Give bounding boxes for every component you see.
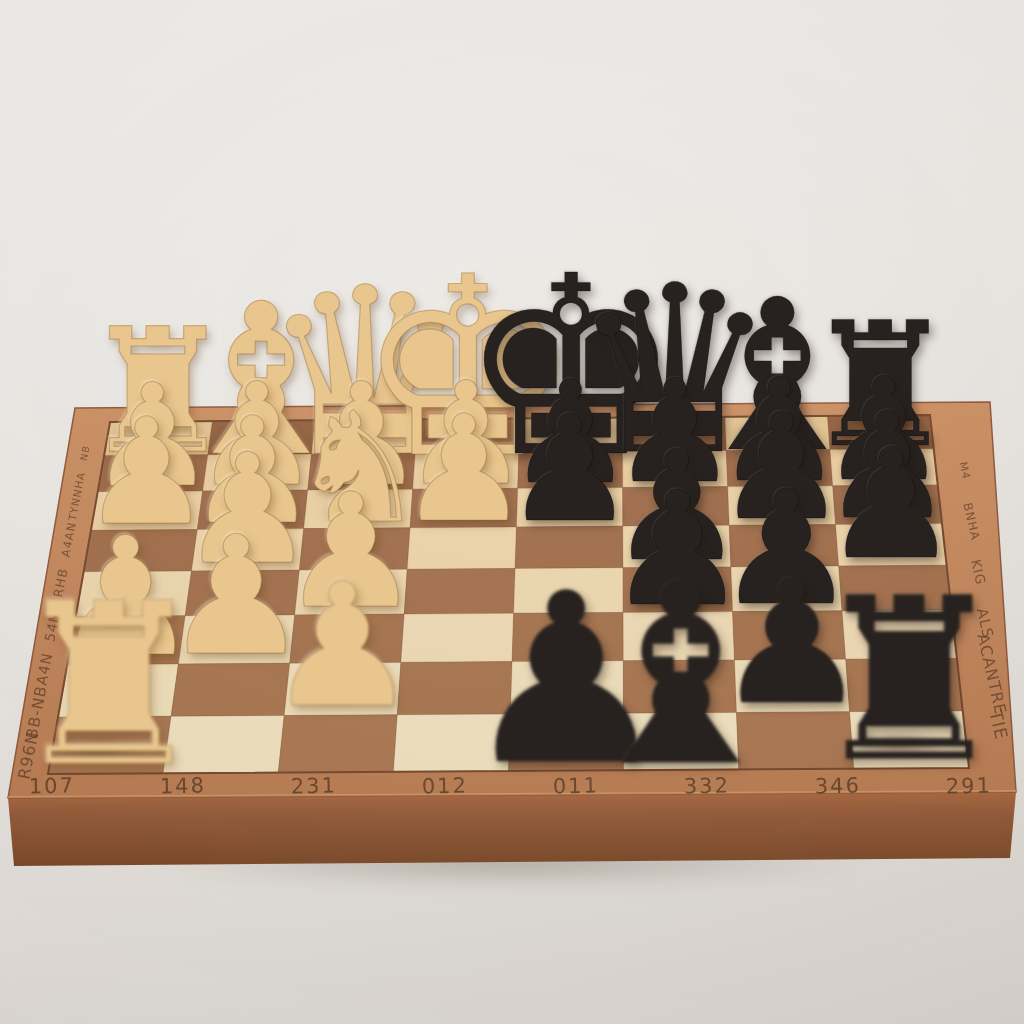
white-pawn-c2: ♟ [266, 560, 419, 731]
white-rook-a1: ♜ [9, 574, 210, 798]
black-rook-h1: ♜ [809, 569, 1010, 793]
photo-scene: 107148231012011332346291NBTYNNHAA4ANRHB5… [0, 0, 1024, 1024]
pieces-layer: ♜♝♛♚♚♛♝♜♟♟♟♟♟♟♟♟♟♟♞♟♟♟♟♟♟♟♟♟♟♟♟♟♟♜♟♝♜ [0, 0, 1024, 1024]
black-bishop-f1: ♝ [569, 550, 793, 800]
